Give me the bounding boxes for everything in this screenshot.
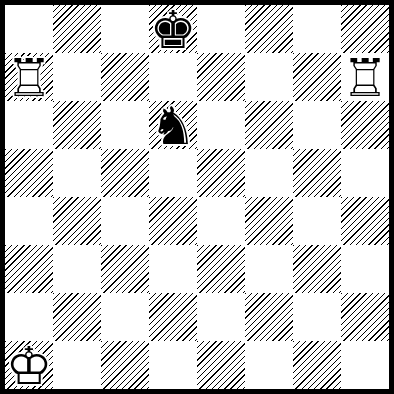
square-h7[interactable]: ♜♖ — [341, 53, 389, 101]
square-a8[interactable] — [5, 5, 53, 53]
square-g6[interactable] — [293, 101, 341, 149]
square-h2[interactable] — [341, 293, 389, 341]
square-b6[interactable] — [53, 101, 101, 149]
white-rook: ♜♖ — [6, 52, 53, 104]
square-h5[interactable] — [341, 149, 389, 197]
square-d7[interactable] — [149, 53, 197, 101]
square-d1[interactable] — [149, 341, 197, 389]
square-a2[interactable] — [5, 293, 53, 341]
square-h1[interactable] — [341, 341, 389, 389]
square-d8[interactable]: ♚ — [149, 5, 197, 53]
square-a5[interactable] — [5, 149, 53, 197]
square-d3[interactable] — [149, 245, 197, 293]
square-g1[interactable] — [293, 341, 341, 389]
square-g3[interactable] — [293, 245, 341, 293]
square-f5[interactable] — [245, 149, 293, 197]
square-c6[interactable] — [101, 101, 149, 149]
square-b7[interactable] — [53, 53, 101, 101]
square-f1[interactable] — [245, 341, 293, 389]
black-knight: ♞ — [150, 100, 197, 152]
square-g7[interactable] — [293, 53, 341, 101]
square-g2[interactable] — [293, 293, 341, 341]
square-d5[interactable] — [149, 149, 197, 197]
square-b1[interactable] — [53, 341, 101, 389]
square-a4[interactable] — [5, 197, 53, 245]
square-a3[interactable] — [5, 245, 53, 293]
square-a6[interactable] — [5, 101, 53, 149]
square-h8[interactable] — [341, 5, 389, 53]
square-f2[interactable] — [245, 293, 293, 341]
square-c3[interactable] — [101, 245, 149, 293]
square-b2[interactable] — [53, 293, 101, 341]
black-king: ♚ — [150, 4, 197, 56]
square-e5[interactable] — [197, 149, 245, 197]
square-a7[interactable]: ♜♖ — [5, 53, 53, 101]
square-b3[interactable] — [53, 245, 101, 293]
square-e8[interactable] — [197, 5, 245, 53]
square-d6[interactable]: ♞ — [149, 101, 197, 149]
square-c5[interactable] — [101, 149, 149, 197]
white-rook-outline: ♖ — [6, 52, 53, 104]
square-h4[interactable] — [341, 197, 389, 245]
square-g5[interactable] — [293, 149, 341, 197]
square-e3[interactable] — [197, 245, 245, 293]
square-f3[interactable] — [245, 245, 293, 293]
square-b5[interactable] — [53, 149, 101, 197]
square-h6[interactable] — [341, 101, 389, 149]
square-a1[interactable]: ♚♔ — [5, 341, 53, 389]
square-d4[interactable] — [149, 197, 197, 245]
square-e1[interactable] — [197, 341, 245, 389]
white-king-outline: ♔ — [6, 340, 53, 392]
square-f8[interactable] — [245, 5, 293, 53]
square-c7[interactable] — [101, 53, 149, 101]
square-e2[interactable] — [197, 293, 245, 341]
square-g4[interactable] — [293, 197, 341, 245]
square-e6[interactable] — [197, 101, 245, 149]
square-c1[interactable] — [101, 341, 149, 389]
chess-board: ♚♜♖♜♖♞♚♔ — [0, 0, 394, 394]
white-king: ♚♔ — [6, 340, 53, 392]
square-b8[interactable] — [53, 5, 101, 53]
square-e4[interactable] — [197, 197, 245, 245]
square-g8[interactable] — [293, 5, 341, 53]
square-h3[interactable] — [341, 245, 389, 293]
square-c2[interactable] — [101, 293, 149, 341]
square-e7[interactable] — [197, 53, 245, 101]
square-f6[interactable] — [245, 101, 293, 149]
square-c8[interactable] — [101, 5, 149, 53]
white-rook-outline: ♖ — [342, 52, 389, 104]
square-f7[interactable] — [245, 53, 293, 101]
white-rook: ♜♖ — [342, 52, 389, 104]
square-d2[interactable] — [149, 293, 197, 341]
square-f4[interactable] — [245, 197, 293, 245]
square-b4[interactable] — [53, 197, 101, 245]
square-c4[interactable] — [101, 197, 149, 245]
